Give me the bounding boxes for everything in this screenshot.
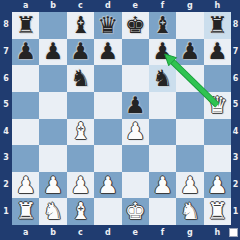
- square-g2[interactable]: ♟: [176, 172, 203, 199]
- file-label-f: f: [149, 0, 176, 12]
- chess-board: ♜♝♛♚♝♜♟♟♟♟♟♟♟♞♞♟♛♝♟♟♟♟♟♟♟♟♜♞♝♚♞♜: [12, 12, 231, 225]
- square-c8[interactable]: ♝: [67, 12, 94, 39]
- square-a8[interactable]: ♜: [12, 12, 39, 39]
- piece-black-pawn-f7[interactable]: ♟: [152, 40, 173, 63]
- piece-black-knight-c6[interactable]: ♞: [70, 67, 91, 90]
- rank-label-6: 6: [231, 65, 240, 92]
- file-labels-top: abcdefgh: [12, 0, 231, 12]
- file-label-c: c: [67, 225, 94, 240]
- square-h1[interactable]: ♜: [204, 198, 231, 225]
- square-h3[interactable]: [204, 145, 231, 172]
- square-e8[interactable]: ♚: [122, 12, 149, 39]
- file-label-a: a: [12, 0, 39, 12]
- square-c3[interactable]: [67, 145, 94, 172]
- piece-white-bishop-c4[interactable]: ♝: [70, 120, 91, 143]
- file-label-g: g: [176, 0, 203, 12]
- file-label-g: g: [176, 225, 203, 240]
- square-g3[interactable]: [176, 145, 203, 172]
- piece-black-queen-d8[interactable]: ♛: [98, 14, 119, 37]
- piece-white-pawn-g2[interactable]: ♟: [180, 174, 201, 197]
- piece-white-pawn-d2[interactable]: ♟: [98, 174, 119, 197]
- piece-white-pawn-b2[interactable]: ♟: [43, 174, 64, 197]
- rank-label-2: 2: [0, 172, 12, 199]
- rank-labels-right: 87654321: [231, 12, 240, 225]
- square-g6[interactable]: [176, 65, 203, 92]
- piece-white-rook-a1[interactable]: ♜: [15, 200, 36, 223]
- file-label-h: h: [204, 225, 231, 240]
- piece-black-king-e8[interactable]: ♚: [125, 14, 146, 37]
- square-d1[interactable]: [94, 198, 121, 225]
- rank-label-2: 2: [231, 172, 240, 199]
- piece-white-pawn-a2[interactable]: ♟: [15, 174, 36, 197]
- piece-black-pawn-c7[interactable]: ♟: [70, 40, 91, 63]
- file-label-b: b: [39, 225, 66, 240]
- piece-white-queen-h5[interactable]: ♛: [207, 94, 228, 117]
- square-g7[interactable]: ♟: [176, 39, 203, 66]
- square-e3[interactable]: [122, 145, 149, 172]
- piece-white-king-e1[interactable]: ♚: [125, 200, 146, 223]
- rank-label-7: 7: [0, 39, 12, 66]
- square-b5[interactable]: [39, 92, 66, 119]
- square-f3[interactable]: [149, 145, 176, 172]
- piece-white-pawn-e4[interactable]: ♟: [125, 120, 146, 143]
- square-h7[interactable]: ♟: [204, 39, 231, 66]
- rank-label-6: 6: [0, 65, 12, 92]
- square-a6[interactable]: [12, 65, 39, 92]
- file-label-h: h: [204, 0, 231, 12]
- square-d7[interactable]: ♟: [94, 39, 121, 66]
- piece-black-rook-h8[interactable]: ♜: [207, 14, 228, 37]
- square-b1[interactable]: ♞: [39, 198, 66, 225]
- piece-black-bishop-c8[interactable]: ♝: [70, 14, 91, 37]
- square-e7[interactable]: [122, 39, 149, 66]
- piece-white-pawn-c2[interactable]: ♟: [70, 174, 91, 197]
- square-d4[interactable]: [94, 119, 121, 146]
- piece-black-bishop-f8[interactable]: ♝: [152, 14, 173, 37]
- square-b4[interactable]: [39, 119, 66, 146]
- piece-white-rook-h1[interactable]: ♜: [207, 200, 228, 223]
- rank-label-8: 8: [231, 12, 240, 39]
- rank-labels-left: 87654321: [0, 12, 12, 225]
- file-label-f: f: [149, 225, 176, 240]
- square-e2[interactable]: [122, 172, 149, 199]
- square-h5[interactable]: ♛: [204, 92, 231, 119]
- file-label-b: b: [39, 0, 66, 12]
- square-b8[interactable]: [39, 12, 66, 39]
- square-c2[interactable]: ♟: [67, 172, 94, 199]
- square-c6[interactable]: ♞: [67, 65, 94, 92]
- square-d6[interactable]: [94, 65, 121, 92]
- square-a2[interactable]: ♟: [12, 172, 39, 199]
- square-d3[interactable]: [94, 145, 121, 172]
- piece-black-pawn-b7[interactable]: ♟: [43, 40, 64, 63]
- square-f5[interactable]: [149, 92, 176, 119]
- piece-white-pawn-f2[interactable]: ♟: [152, 174, 173, 197]
- piece-black-pawn-h7[interactable]: ♟: [207, 40, 228, 63]
- square-f6[interactable]: ♞: [149, 65, 176, 92]
- rank-label-3: 3: [0, 145, 12, 172]
- square-g5[interactable]: [176, 92, 203, 119]
- square-d5[interactable]: [94, 92, 121, 119]
- square-e5[interactable]: ♟: [122, 92, 149, 119]
- square-a7[interactable]: ♟: [12, 39, 39, 66]
- rank-label-4: 4: [231, 119, 240, 146]
- file-label-e: e: [122, 225, 149, 240]
- rank-label-5: 5: [231, 92, 240, 119]
- square-b3[interactable]: [39, 145, 66, 172]
- square-c1[interactable]: ♝: [67, 198, 94, 225]
- square-f2[interactable]: ♟: [149, 172, 176, 199]
- file-label-a: a: [12, 225, 39, 240]
- square-d8[interactable]: ♛: [94, 12, 121, 39]
- file-label-e: e: [122, 0, 149, 12]
- square-g4[interactable]: [176, 119, 203, 146]
- rank-label-3: 3: [231, 145, 240, 172]
- piece-black-pawn-e5[interactable]: ♟: [125, 94, 146, 117]
- file-labels-bottom: abcdefgh: [12, 225, 231, 240]
- rank-label-1: 1: [231, 198, 240, 225]
- rank-label-5: 5: [0, 92, 12, 119]
- square-h6[interactable]: [204, 65, 231, 92]
- square-e6[interactable]: [122, 65, 149, 92]
- square-e1[interactable]: ♚: [122, 198, 149, 225]
- piece-white-pawn-h2[interactable]: ♟: [207, 174, 228, 197]
- piece-black-pawn-d7[interactable]: ♟: [98, 40, 119, 63]
- rank-label-4: 4: [0, 119, 12, 146]
- chess-app-window: ♜♝♛♚♝♜♟♟♟♟♟♟♟♞♞♟♛♝♟♟♟♟♟♟♟♟♜♞♝♚♞♜ abcdefg…: [0, 0, 240, 240]
- file-label-c: c: [67, 0, 94, 12]
- square-f8[interactable]: ♝: [149, 12, 176, 39]
- square-a1[interactable]: ♜: [12, 198, 39, 225]
- file-label-d: d: [94, 225, 121, 240]
- square-b7[interactable]: ♟: [39, 39, 66, 66]
- rank-label-1: 1: [0, 198, 12, 225]
- rank-label-8: 8: [0, 12, 12, 39]
- square-g1[interactable]: ♞: [176, 198, 203, 225]
- square-a3[interactable]: [12, 145, 39, 172]
- square-c7[interactable]: ♟: [67, 39, 94, 66]
- square-b2[interactable]: ♟: [39, 172, 66, 199]
- side-to-move-indicator: [229, 228, 238, 237]
- square-a5[interactable]: [12, 92, 39, 119]
- piece-black-pawn-g7[interactable]: ♟: [180, 40, 201, 63]
- square-a4[interactable]: [12, 119, 39, 146]
- square-g8[interactable]: [176, 12, 203, 39]
- piece-black-knight-f6[interactable]: ♞: [152, 67, 173, 90]
- rank-label-7: 7: [231, 39, 240, 66]
- square-f1[interactable]: [149, 198, 176, 225]
- square-b6[interactable]: [39, 65, 66, 92]
- square-f4[interactable]: [149, 119, 176, 146]
- piece-white-bishop-c1[interactable]: ♝: [70, 200, 91, 223]
- square-h4[interactable]: [204, 119, 231, 146]
- square-h8[interactable]: ♜: [204, 12, 231, 39]
- piece-black-pawn-a7[interactable]: ♟: [15, 40, 36, 63]
- piece-white-knight-b1[interactable]: ♞: [43, 200, 64, 223]
- square-f7[interactable]: ♟: [149, 39, 176, 66]
- square-c4[interactable]: ♝: [67, 119, 94, 146]
- square-c5[interactable]: [67, 92, 94, 119]
- square-e4[interactable]: ♟: [122, 119, 149, 146]
- file-label-d: d: [94, 0, 121, 12]
- square-d2[interactable]: ♟: [94, 172, 121, 199]
- piece-white-knight-g1[interactable]: ♞: [180, 200, 201, 223]
- piece-black-rook-a8[interactable]: ♜: [15, 14, 36, 37]
- square-h2[interactable]: ♟: [204, 172, 231, 199]
